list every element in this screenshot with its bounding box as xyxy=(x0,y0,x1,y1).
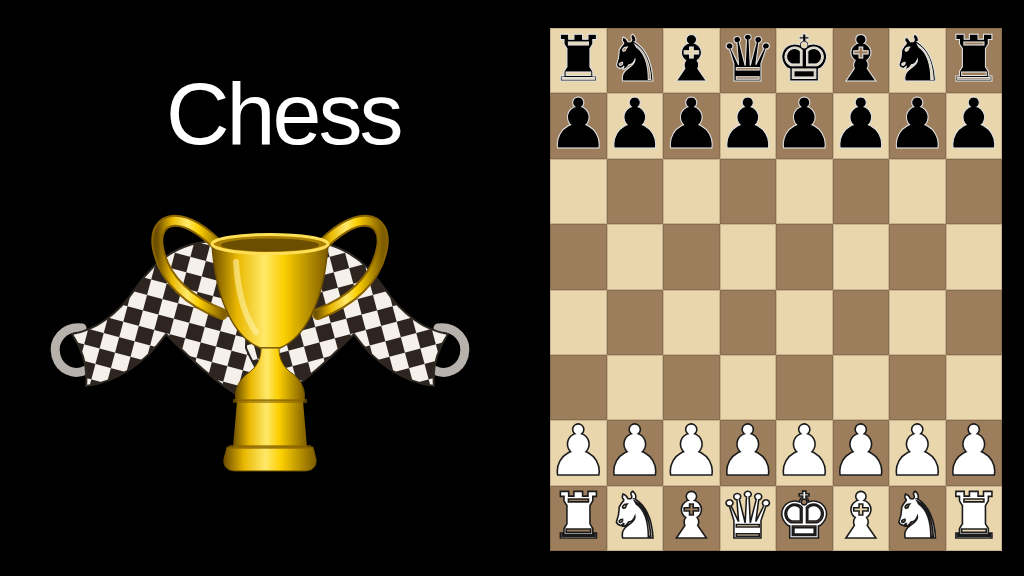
square-f2[interactable]: ♟ xyxy=(833,420,890,485)
square-a3[interactable] xyxy=(550,355,607,420)
square-a1[interactable]: ♜ xyxy=(550,486,607,551)
square-a8[interactable]: ♜ xyxy=(550,28,607,93)
piece-white-rook: ♜ xyxy=(550,486,607,549)
square-d6[interactable] xyxy=(720,159,777,224)
piece-black-bishop: ♝ xyxy=(663,28,720,91)
square-a7[interactable]: ♟ xyxy=(550,93,607,158)
piece-white-pawn: ♟ xyxy=(720,420,777,485)
square-c5[interactable] xyxy=(663,224,720,289)
piece-white-pawn: ♟ xyxy=(607,420,664,485)
piece-black-knight: ♞ xyxy=(607,28,664,91)
square-b2[interactable]: ♟ xyxy=(607,420,664,485)
square-d1[interactable]: ♛ xyxy=(720,486,777,551)
square-e4[interactable] xyxy=(776,290,833,355)
piece-white-queen: ♛ xyxy=(720,486,777,549)
square-c7[interactable]: ♟ xyxy=(663,93,720,158)
square-c4[interactable] xyxy=(663,290,720,355)
square-d2[interactable]: ♟ xyxy=(720,420,777,485)
square-e5[interactable] xyxy=(776,224,833,289)
piece-white-knight: ♞ xyxy=(889,486,946,549)
piece-white-bishop: ♝ xyxy=(663,486,720,549)
square-e3[interactable] xyxy=(776,355,833,420)
piece-black-queen: ♛ xyxy=(720,28,777,91)
square-b4[interactable] xyxy=(607,290,664,355)
square-c3[interactable] xyxy=(663,355,720,420)
piece-black-king: ♚ xyxy=(776,28,833,91)
square-g3[interactable] xyxy=(889,355,946,420)
square-a2[interactable]: ♟ xyxy=(550,420,607,485)
square-b5[interactable] xyxy=(607,224,664,289)
piece-white-pawn: ♟ xyxy=(946,420,1003,485)
piece-black-pawn: ♟ xyxy=(607,93,664,158)
piece-white-king: ♚ xyxy=(776,486,833,549)
square-e8[interactable]: ♚ xyxy=(776,28,833,93)
square-c2[interactable]: ♟ xyxy=(663,420,720,485)
piece-black-bishop: ♝ xyxy=(833,28,890,91)
square-g1[interactable]: ♞ xyxy=(889,486,946,551)
piece-white-pawn: ♟ xyxy=(889,420,946,485)
square-f5[interactable] xyxy=(833,224,890,289)
square-h6[interactable] xyxy=(946,159,1003,224)
square-b6[interactable] xyxy=(607,159,664,224)
square-g8[interactable]: ♞ xyxy=(889,28,946,93)
square-f7[interactable]: ♟ xyxy=(833,93,890,158)
square-d7[interactable]: ♟ xyxy=(720,93,777,158)
square-d8[interactable]: ♛ xyxy=(720,28,777,93)
square-g4[interactable] xyxy=(889,290,946,355)
square-a6[interactable] xyxy=(550,159,607,224)
square-h7[interactable]: ♟ xyxy=(946,93,1003,158)
square-c6[interactable] xyxy=(663,159,720,224)
piece-black-rook: ♜ xyxy=(550,28,607,91)
piece-black-pawn: ♟ xyxy=(776,93,833,158)
piece-white-pawn: ♟ xyxy=(776,420,833,485)
square-h5[interactable] xyxy=(946,224,1003,289)
square-b7[interactable]: ♟ xyxy=(607,93,664,158)
square-h4[interactable] xyxy=(946,290,1003,355)
square-h2[interactable]: ♟ xyxy=(946,420,1003,485)
square-f1[interactable]: ♝ xyxy=(833,486,890,551)
square-g7[interactable]: ♟ xyxy=(889,93,946,158)
piece-black-rook: ♜ xyxy=(946,28,1003,91)
square-a5[interactable] xyxy=(550,224,607,289)
square-d5[interactable] xyxy=(720,224,777,289)
square-e6[interactable] xyxy=(776,159,833,224)
piece-white-pawn: ♟ xyxy=(663,420,720,485)
square-e7[interactable]: ♟ xyxy=(776,93,833,158)
page-title: Chess xyxy=(166,66,400,163)
square-b3[interactable] xyxy=(607,355,664,420)
square-g5[interactable] xyxy=(889,224,946,289)
chess-board: ♜♞♝♛♚♝♞♜♟♟♟♟♟♟♟♟♟♟♟♟♟♟♟♟♜♞♝♛♚♝♞♜ xyxy=(550,28,1002,551)
piece-black-pawn: ♟ xyxy=(720,93,777,158)
square-h1[interactable]: ♜ xyxy=(946,486,1003,551)
piece-black-pawn: ♟ xyxy=(550,93,607,158)
square-g6[interactable] xyxy=(889,159,946,224)
square-a4[interactable] xyxy=(550,290,607,355)
square-c1[interactable]: ♝ xyxy=(663,486,720,551)
square-g2[interactable]: ♟ xyxy=(889,420,946,485)
square-f4[interactable] xyxy=(833,290,890,355)
piece-white-pawn: ♟ xyxy=(833,420,890,485)
piece-white-knight: ♞ xyxy=(607,486,664,549)
square-b1[interactable]: ♞ xyxy=(607,486,664,551)
piece-black-pawn: ♟ xyxy=(663,93,720,158)
square-f3[interactable] xyxy=(833,355,890,420)
square-c8[interactable]: ♝ xyxy=(663,28,720,93)
piece-white-bishop: ♝ xyxy=(833,486,890,549)
square-f8[interactable]: ♝ xyxy=(833,28,890,93)
piece-black-pawn: ♟ xyxy=(946,93,1003,158)
square-h8[interactable]: ♜ xyxy=(946,28,1003,93)
square-d4[interactable] xyxy=(720,290,777,355)
trophy-graphic xyxy=(40,200,480,480)
square-e2[interactable]: ♟ xyxy=(776,420,833,485)
square-f6[interactable] xyxy=(833,159,890,224)
square-d3[interactable] xyxy=(720,355,777,420)
left-panel: Chess xyxy=(0,0,540,576)
piece-white-rook: ♜ xyxy=(946,486,1003,549)
piece-black-pawn: ♟ xyxy=(833,93,890,158)
square-b8[interactable]: ♞ xyxy=(607,28,664,93)
piece-black-knight: ♞ xyxy=(889,28,946,91)
piece-white-pawn: ♟ xyxy=(550,420,607,485)
square-h3[interactable] xyxy=(946,355,1003,420)
square-e1[interactable]: ♚ xyxy=(776,486,833,551)
piece-black-pawn: ♟ xyxy=(889,93,946,158)
